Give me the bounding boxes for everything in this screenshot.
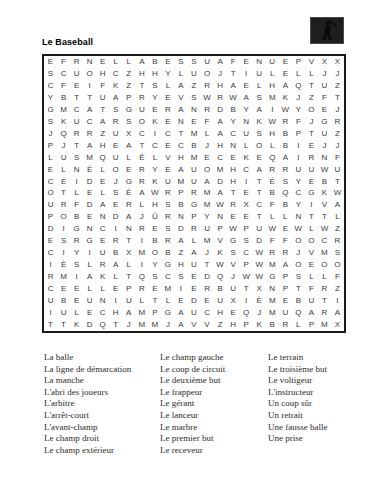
grid-cell: E bbox=[279, 295, 292, 307]
grid-cell: I bbox=[240, 176, 253, 188]
grid-cell: N bbox=[187, 104, 200, 116]
grid-cell: A bbox=[214, 56, 227, 68]
grid-cell: Y bbox=[292, 199, 305, 211]
grid-cell: E bbox=[201, 295, 214, 307]
grid-cell: J bbox=[318, 68, 331, 80]
grid-cell: S bbox=[70, 259, 83, 271]
grid-cell: U bbox=[187, 68, 200, 80]
grid-cell: P bbox=[174, 188, 187, 200]
grid-cell: T bbox=[70, 92, 83, 104]
grid-cell: E bbox=[44, 56, 57, 68]
grid-cell: T bbox=[331, 92, 344, 104]
grid-cell: Y bbox=[70, 247, 83, 259]
grid-cell: N bbox=[214, 211, 227, 223]
grid-cell: T bbox=[253, 188, 266, 200]
word-list-item: Le frappeur bbox=[160, 387, 268, 399]
grid-cell: R bbox=[161, 104, 174, 116]
grid-cell: I bbox=[83, 247, 96, 259]
grid-cell: H bbox=[109, 307, 122, 319]
grid-cell: Q bbox=[240, 307, 253, 319]
grid-cell: R bbox=[331, 116, 344, 128]
grid-cell: L bbox=[266, 211, 279, 223]
grid-cell: A bbox=[135, 56, 148, 68]
grid-cell: T bbox=[83, 92, 96, 104]
grid-cell: P bbox=[240, 223, 253, 235]
grid-cell: L bbox=[122, 152, 135, 164]
word-list: La balleLa ligne de démarcationLa manche… bbox=[44, 352, 378, 456]
grid-cell: G bbox=[227, 235, 240, 247]
grid-cell: M bbox=[266, 295, 279, 307]
grid-cell: F bbox=[331, 152, 344, 164]
grid-cell: A bbox=[214, 188, 227, 200]
grid-cell: C bbox=[240, 164, 253, 176]
grid-cell: J bbox=[135, 211, 148, 223]
grid-cell: S bbox=[187, 92, 200, 104]
word-list-item: Le premier but bbox=[160, 433, 268, 445]
grid-cell: O bbox=[57, 211, 70, 223]
grid-cell: M bbox=[318, 319, 331, 331]
grid-cell: S bbox=[161, 199, 174, 211]
grid-cell: E bbox=[109, 283, 122, 295]
grid-cell: T bbox=[227, 68, 240, 80]
grid-cell: U bbox=[83, 295, 96, 307]
grid-cell: B bbox=[214, 283, 227, 295]
grid-cell: E bbox=[96, 56, 109, 68]
grid-cell: F bbox=[227, 56, 240, 68]
grid-cell: U bbox=[96, 247, 109, 259]
grid-cell: O bbox=[83, 68, 96, 80]
grid-cell: Y bbox=[148, 164, 161, 176]
grid-cell: I bbox=[44, 259, 57, 271]
grid-cell: E bbox=[305, 140, 318, 152]
grid-cell: Z bbox=[331, 80, 344, 92]
grid-cell: R bbox=[96, 259, 109, 271]
grid-cell: É bbox=[266, 176, 279, 188]
grid-cell: A bbox=[174, 307, 187, 319]
grid-cell: M bbox=[201, 188, 214, 200]
grid-cell: U bbox=[201, 223, 214, 235]
grid-cell: E bbox=[161, 140, 174, 152]
worksheet-page: Le Baseball EFRNELLABESSUAFENUEPVXXSCUOH… bbox=[0, 0, 386, 500]
grid-cell: A bbox=[227, 80, 240, 92]
grid-cell: Y bbox=[292, 176, 305, 188]
grid-cell: G bbox=[122, 176, 135, 188]
grid-cell: E bbox=[161, 56, 174, 68]
grid-cell: L bbox=[148, 152, 161, 164]
word-list-item: Une fausse balle bbox=[268, 422, 378, 434]
grid-cell: P bbox=[240, 259, 253, 271]
grid-cell: K bbox=[148, 116, 161, 128]
grid-cell: M bbox=[187, 152, 200, 164]
grid-cell: M bbox=[174, 176, 187, 188]
grid-cell: Z bbox=[214, 319, 227, 331]
grid-cell: U bbox=[201, 56, 214, 68]
grid-cell: E bbox=[57, 176, 70, 188]
grid-cell: P bbox=[122, 92, 135, 104]
grid-cell: G bbox=[44, 104, 57, 116]
grid-cell: J bbox=[57, 140, 70, 152]
grid-cell: T bbox=[96, 104, 109, 116]
grid-cell: B bbox=[187, 140, 200, 152]
grid-cell: E bbox=[44, 235, 57, 247]
grid-cell: H bbox=[96, 68, 109, 80]
grid-cell: F bbox=[266, 235, 279, 247]
grid-cell: È bbox=[57, 259, 70, 271]
grid-cell: L bbox=[135, 199, 148, 211]
grid-cell: O bbox=[201, 68, 214, 80]
grid-cell: S bbox=[187, 56, 200, 68]
grid-cell: W bbox=[148, 188, 161, 200]
grid-cell: J bbox=[292, 92, 305, 104]
word-list-item: L'instructeur bbox=[268, 387, 378, 399]
grid-cell: A bbox=[109, 92, 122, 104]
grid-cell: E bbox=[227, 211, 240, 223]
grid-cell: U bbox=[70, 68, 83, 80]
grid-cell: F bbox=[318, 92, 331, 104]
grid-cell: S bbox=[109, 104, 122, 116]
grid-cell: C bbox=[240, 247, 253, 259]
grid-cell: T bbox=[135, 80, 148, 92]
grid-cell: V bbox=[161, 152, 174, 164]
grid-cell: C bbox=[96, 307, 109, 319]
grid-cell: W bbox=[214, 259, 227, 271]
grid-cell: J bbox=[214, 68, 227, 80]
grid-cell: K bbox=[109, 80, 122, 92]
grid-cell: A bbox=[83, 104, 96, 116]
grid-cell: D bbox=[83, 319, 96, 331]
grid-cell: K bbox=[70, 319, 83, 331]
grid-cell: U bbox=[57, 307, 70, 319]
grid-cell: L bbox=[161, 295, 174, 307]
grid-cell: I bbox=[57, 247, 70, 259]
grid-cell: L bbox=[161, 80, 174, 92]
grid-cell: E bbox=[109, 199, 122, 211]
grid-cell: A bbox=[122, 211, 135, 223]
word-list-item: Le coup de circuit bbox=[160, 364, 268, 376]
grid-cell: R bbox=[331, 235, 344, 247]
word-list-column-1: La balleLa ligne de démarcationLa manche… bbox=[44, 352, 160, 456]
grid-cell: X bbox=[122, 128, 135, 140]
grid-cell: A bbox=[214, 128, 227, 140]
grid-cell: O bbox=[292, 235, 305, 247]
grid-cell: Y bbox=[201, 211, 214, 223]
grid-cell: E bbox=[161, 92, 174, 104]
grid-cell: D bbox=[201, 271, 214, 283]
grid-cell: A bbox=[83, 271, 96, 283]
grid-cell: A bbox=[174, 164, 187, 176]
grid-cell: P bbox=[148, 307, 161, 319]
grid-cell: C bbox=[161, 271, 174, 283]
grid-cell: T bbox=[122, 235, 135, 247]
grid-cell: J bbox=[201, 247, 214, 259]
grid-cell: J bbox=[227, 271, 240, 283]
grid-cell: E bbox=[227, 152, 240, 164]
grid-cell: H bbox=[214, 140, 227, 152]
grid-cell: B bbox=[57, 92, 70, 104]
grid-cell: U bbox=[305, 295, 318, 307]
grid-cell: R bbox=[201, 283, 214, 295]
grid-cell: A bbox=[331, 307, 344, 319]
grid-cell: X bbox=[331, 56, 344, 68]
grid-cell: W bbox=[318, 223, 331, 235]
grid-cell: J bbox=[109, 176, 122, 188]
grid-cell: J bbox=[201, 140, 214, 152]
grid-cell: T bbox=[253, 211, 266, 223]
grid-cell: W bbox=[214, 199, 227, 211]
grid-cell: E bbox=[201, 152, 214, 164]
grid-cell: O bbox=[135, 116, 148, 128]
grid-cell: Z bbox=[122, 80, 135, 92]
grid-cell: U bbox=[240, 128, 253, 140]
grid-cell: G bbox=[161, 259, 174, 271]
grid-cell: J bbox=[305, 116, 318, 128]
grid-cell: R bbox=[201, 80, 214, 92]
grid-cell: W bbox=[266, 116, 279, 128]
grid-cell: L bbox=[318, 271, 331, 283]
grid-cell: E bbox=[83, 188, 96, 200]
grid-cell: Q bbox=[279, 188, 292, 200]
grid-cell: U bbox=[227, 283, 240, 295]
grid-cell: V bbox=[305, 247, 318, 259]
grid-cell: S bbox=[227, 247, 240, 259]
grid-cell: U bbox=[70, 116, 83, 128]
grid-cell: E bbox=[70, 80, 83, 92]
grid-cell: E bbox=[96, 235, 109, 247]
grid-cell: I bbox=[109, 223, 122, 235]
grid-cell: R bbox=[44, 271, 57, 283]
word-list-item: Un coup sûr bbox=[268, 398, 378, 410]
grid-cell: T bbox=[70, 140, 83, 152]
grid-cell: C bbox=[253, 199, 266, 211]
grid-cell: U bbox=[109, 152, 122, 164]
grid-cell: S bbox=[148, 80, 161, 92]
grid-cell: A bbox=[331, 199, 344, 211]
grid-cell: L bbox=[305, 68, 318, 80]
grid-cell: M bbox=[161, 283, 174, 295]
grid-cell: E bbox=[96, 176, 109, 188]
grid-cell: E bbox=[240, 188, 253, 200]
grid-cell: R bbox=[161, 211, 174, 223]
grid-cell: R bbox=[109, 235, 122, 247]
grid-cell: I bbox=[70, 271, 83, 283]
grid-cell: F bbox=[279, 235, 292, 247]
grid-cell: C bbox=[214, 152, 227, 164]
grid-cell: N bbox=[83, 223, 96, 235]
grid-cell: H bbox=[227, 164, 240, 176]
grid-cell: M bbox=[83, 152, 96, 164]
grid-cell: O bbox=[305, 104, 318, 116]
grid-cell: D bbox=[44, 223, 57, 235]
grid-cell: S bbox=[253, 128, 266, 140]
grid-cell: X bbox=[122, 247, 135, 259]
grid-cell: O bbox=[201, 164, 214, 176]
grid-cell: W bbox=[201, 92, 214, 104]
grid-cell: B bbox=[279, 199, 292, 211]
grid-cell: X bbox=[253, 283, 266, 295]
grid-cell: N bbox=[227, 140, 240, 152]
grid-cell: D bbox=[83, 176, 96, 188]
grid-cell: A bbox=[109, 259, 122, 271]
grid-cell: B bbox=[266, 188, 279, 200]
grid-cell: H bbox=[266, 80, 279, 92]
grid-cell: A bbox=[83, 140, 96, 152]
grid-cell: U bbox=[44, 295, 57, 307]
grid-cell: L bbox=[83, 283, 96, 295]
grid-cell: E bbox=[83, 307, 96, 319]
grid-cell: H bbox=[227, 319, 240, 331]
grid-cell: L bbox=[135, 295, 148, 307]
grid-cell: P bbox=[279, 271, 292, 283]
grid-cell: E bbox=[240, 56, 253, 68]
grid-cell: D bbox=[83, 199, 96, 211]
grid-cell: N bbox=[83, 56, 96, 68]
grid-cell: U bbox=[187, 259, 200, 271]
grid-cell: P bbox=[44, 211, 57, 223]
grid-cell: I bbox=[135, 259, 148, 271]
grid-cell: Û bbox=[148, 211, 161, 223]
grid-cell: T bbox=[240, 283, 253, 295]
grid-cell: I bbox=[44, 307, 57, 319]
grid-cell: P bbox=[240, 319, 253, 331]
grid-cell: V bbox=[318, 199, 331, 211]
grid-cell: O bbox=[318, 259, 331, 271]
grid-cell: L bbox=[279, 211, 292, 223]
grid-cell: L bbox=[96, 164, 109, 176]
word-list-item: Le champ extérieur bbox=[44, 445, 160, 457]
baseball-batter-icon bbox=[311, 18, 343, 43]
grid-cell: E bbox=[148, 283, 161, 295]
grid-cell: N bbox=[96, 295, 109, 307]
grid-cell: A bbox=[174, 235, 187, 247]
grid-cell: W bbox=[227, 92, 240, 104]
grid-cell: T bbox=[305, 80, 318, 92]
grid-cell: S bbox=[174, 271, 187, 283]
grid-cell: C bbox=[44, 283, 57, 295]
grid-cell: I bbox=[240, 295, 253, 307]
grid-cell: I bbox=[240, 68, 253, 80]
grid-cell: D bbox=[109, 211, 122, 223]
grid-cell: F bbox=[96, 80, 109, 92]
grid-cell: L bbox=[187, 235, 200, 247]
grid-cell: R bbox=[122, 199, 135, 211]
grid-cell: E bbox=[240, 80, 253, 92]
grid-cell: N bbox=[122, 223, 135, 235]
grid-cell: C bbox=[161, 128, 174, 140]
grid-cell: C bbox=[83, 116, 96, 128]
grid-cell: L bbox=[305, 223, 318, 235]
word-list-item: La balle bbox=[44, 352, 160, 364]
grid-cell: T bbox=[44, 319, 57, 331]
grid-cell: H bbox=[148, 199, 161, 211]
grid-cell: H bbox=[227, 176, 240, 188]
grid-cell: X bbox=[331, 319, 344, 331]
grid-cell: W bbox=[253, 271, 266, 283]
grid-cell: J bbox=[331, 140, 344, 152]
grid-cell: G bbox=[305, 188, 318, 200]
grid-cell: E bbox=[240, 211, 253, 223]
grid-cell: H bbox=[174, 259, 187, 271]
grid-cell: K bbox=[240, 152, 253, 164]
grid-cell: E bbox=[318, 104, 331, 116]
grid-cell: R bbox=[135, 223, 148, 235]
word-list-item: Le lanceur bbox=[160, 410, 268, 422]
grid-cell: A bbox=[96, 199, 109, 211]
grid-cell: R bbox=[279, 164, 292, 176]
grid-cell: W bbox=[279, 104, 292, 116]
grid-cell: R bbox=[279, 319, 292, 331]
grid-cell: R bbox=[201, 104, 214, 116]
grid-cell: P bbox=[187, 211, 200, 223]
grid-cell: L bbox=[292, 68, 305, 80]
grid-cell: L bbox=[266, 140, 279, 152]
grid-cell: L bbox=[240, 140, 253, 152]
grid-cell: L bbox=[109, 271, 122, 283]
grid-cell: R bbox=[57, 199, 70, 211]
grid-cell: B bbox=[70, 211, 83, 223]
grid-cell: O bbox=[44, 188, 57, 200]
word-list-item: L'abri des joueurs bbox=[44, 387, 160, 399]
grid-cell: U bbox=[135, 104, 148, 116]
grid-cell: E bbox=[148, 104, 161, 116]
word-list-item: L'arrêt-court bbox=[44, 410, 160, 422]
grid-cell: M bbox=[187, 128, 200, 140]
grid-cell: J bbox=[318, 140, 331, 152]
grid-cell: É bbox=[83, 164, 96, 176]
grid-cell: W bbox=[318, 164, 331, 176]
grid-cell: E bbox=[109, 140, 122, 152]
grid-cell: E bbox=[253, 152, 266, 164]
grid-cell: T bbox=[201, 259, 214, 271]
grid-cell: Z bbox=[331, 128, 344, 140]
grid-cell: A bbox=[279, 80, 292, 92]
grid-cell: O bbox=[292, 259, 305, 271]
grid-cell: Z bbox=[122, 68, 135, 80]
grid-cell: B bbox=[161, 247, 174, 259]
grid-cell: M bbox=[266, 259, 279, 271]
grid-cell: Z bbox=[305, 92, 318, 104]
grid-cell: Q bbox=[96, 319, 109, 331]
grid-cell: I bbox=[305, 199, 318, 211]
word-list-item: Le deuxième but bbox=[160, 375, 268, 387]
word-list-item: Le voltigeur bbox=[268, 375, 378, 387]
grid-cell: C bbox=[96, 223, 109, 235]
grid-cell: P bbox=[44, 140, 57, 152]
grid-cell: Y bbox=[148, 92, 161, 104]
grid-cell: C bbox=[70, 104, 83, 116]
grid-cell: V bbox=[305, 56, 318, 68]
grid-cell: M bbox=[318, 247, 331, 259]
grid-cell: O bbox=[148, 247, 161, 259]
grid-cell: M bbox=[201, 235, 214, 247]
grid-cell: S bbox=[57, 235, 70, 247]
grid-cell: N bbox=[253, 56, 266, 68]
grid-cell: B bbox=[279, 128, 292, 140]
grid-cell: B bbox=[292, 295, 305, 307]
grid-cell: I bbox=[331, 295, 344, 307]
grid-cell: L bbox=[57, 164, 70, 176]
grid-cell: J bbox=[331, 104, 344, 116]
grid-cell: U bbox=[109, 128, 122, 140]
grid-cell: O bbox=[305, 235, 318, 247]
grid-cell: E bbox=[57, 283, 70, 295]
grid-cell: R bbox=[161, 235, 174, 247]
grid-cell: R bbox=[305, 152, 318, 164]
grid-cell: L bbox=[44, 152, 57, 164]
grid-cell: L bbox=[70, 307, 83, 319]
grid-cell: H bbox=[96, 140, 109, 152]
grid-cell: E bbox=[305, 176, 318, 188]
grid-cell: Q bbox=[214, 271, 227, 283]
